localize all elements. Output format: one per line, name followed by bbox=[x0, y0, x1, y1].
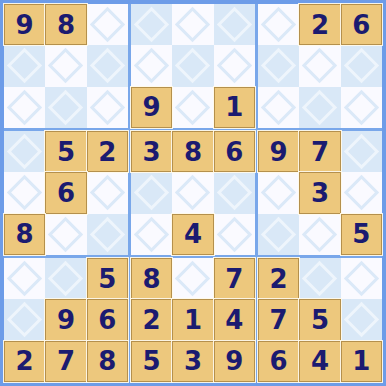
diamond-icon bbox=[261, 175, 296, 210]
cell-r4c4: 3 bbox=[131, 131, 172, 172]
cell-r2c5[interactable] bbox=[172, 45, 213, 86]
cell-r1c7[interactable] bbox=[258, 4, 299, 45]
diamond-icon bbox=[344, 261, 379, 296]
cell-r6c6[interactable] bbox=[214, 214, 255, 255]
cell-r1c8: 2 bbox=[299, 4, 340, 45]
diamond-icon bbox=[7, 302, 42, 337]
diamond-icon bbox=[175, 48, 210, 83]
cell-r5c2: 6 bbox=[45, 172, 86, 213]
diamond-icon bbox=[261, 48, 296, 83]
diamond-icon bbox=[7, 134, 42, 169]
cell-r9c9: 1 bbox=[341, 341, 382, 382]
box-r3c2: 87214539 bbox=[131, 258, 255, 382]
cell-r7c3: 5 bbox=[87, 258, 128, 299]
cell-r9c8: 4 bbox=[299, 341, 340, 382]
cell-r3c4: 9 bbox=[131, 87, 172, 128]
box-r3c1: 596278 bbox=[4, 258, 128, 382]
diamond-icon bbox=[90, 175, 125, 210]
diamond-icon bbox=[175, 90, 210, 125]
diamond-icon bbox=[302, 217, 337, 252]
cell-r9c4: 5 bbox=[131, 341, 172, 382]
diamond-icon bbox=[175, 7, 210, 42]
cell-r1c3[interactable] bbox=[87, 4, 128, 45]
cell-r3c6: 1 bbox=[214, 87, 255, 128]
cell-r4c6: 6 bbox=[214, 131, 255, 172]
diamond-icon bbox=[48, 261, 83, 296]
cell-r7c8[interactable] bbox=[299, 258, 340, 299]
cell-r8c5: 1 bbox=[172, 299, 213, 340]
cell-r3c3[interactable] bbox=[87, 87, 128, 128]
cell-r5c6[interactable] bbox=[214, 172, 255, 213]
cell-r7c5[interactable] bbox=[172, 258, 213, 299]
diamond-icon bbox=[344, 90, 379, 125]
cell-r1c5[interactable] bbox=[172, 4, 213, 45]
cell-r1c6[interactable] bbox=[214, 4, 255, 45]
diamond-icon bbox=[134, 7, 169, 42]
cell-r4c3: 2 bbox=[87, 131, 128, 172]
diamond-icon bbox=[134, 48, 169, 83]
cell-r4c2: 5 bbox=[45, 131, 86, 172]
cell-r3c2[interactable] bbox=[45, 87, 86, 128]
cell-r4c7: 9 bbox=[258, 131, 299, 172]
cell-r1c9: 6 bbox=[341, 4, 382, 45]
cell-r8c9[interactable] bbox=[341, 299, 382, 340]
diamond-icon bbox=[344, 175, 379, 210]
cell-r4c9[interactable] bbox=[341, 131, 382, 172]
diamond-icon bbox=[217, 217, 252, 252]
diamond-icon bbox=[302, 261, 337, 296]
cell-r2c6[interactable] bbox=[214, 45, 255, 86]
diamond-icon bbox=[344, 48, 379, 83]
cell-r2c2[interactable] bbox=[45, 45, 86, 86]
cell-r5c9[interactable] bbox=[341, 172, 382, 213]
cell-r8c8: 5 bbox=[299, 299, 340, 340]
cell-r6c5: 4 bbox=[172, 214, 213, 255]
diamond-icon bbox=[7, 48, 42, 83]
cell-r5c3[interactable] bbox=[87, 172, 128, 213]
diamond-icon bbox=[90, 7, 125, 42]
cell-r8c2: 9 bbox=[45, 299, 86, 340]
cell-r9c1: 2 bbox=[4, 341, 45, 382]
cell-r1c1: 9 bbox=[4, 4, 45, 45]
cell-r5c4[interactable] bbox=[131, 172, 172, 213]
cell-r7c2[interactable] bbox=[45, 258, 86, 299]
box-r2c2: 3864 bbox=[131, 131, 255, 255]
cell-r3c9[interactable] bbox=[341, 87, 382, 128]
diamond-icon bbox=[90, 48, 125, 83]
cell-r5c7[interactable] bbox=[258, 172, 299, 213]
diamond-icon bbox=[90, 90, 125, 125]
cell-r6c2[interactable] bbox=[45, 214, 86, 255]
cell-r5c1[interactable] bbox=[4, 172, 45, 213]
cell-r4c8: 7 bbox=[299, 131, 340, 172]
cell-r4c1[interactable] bbox=[4, 131, 45, 172]
cell-r2c1[interactable] bbox=[4, 45, 45, 86]
cell-r9c3: 8 bbox=[87, 341, 128, 382]
cell-r6c9: 5 bbox=[341, 214, 382, 255]
cell-r2c7[interactable] bbox=[258, 45, 299, 86]
cell-r3c8[interactable] bbox=[299, 87, 340, 128]
diamond-icon bbox=[217, 175, 252, 210]
box-r2c1: 5268 bbox=[4, 131, 128, 255]
diamond-icon bbox=[134, 175, 169, 210]
cell-r1c4[interactable] bbox=[131, 4, 172, 45]
cell-r6c3[interactable] bbox=[87, 214, 128, 255]
cell-r2c9[interactable] bbox=[341, 45, 382, 86]
cell-r8c4: 2 bbox=[131, 299, 172, 340]
cell-r1c2: 8 bbox=[45, 4, 86, 45]
diamond-icon bbox=[48, 48, 83, 83]
box-r2c3: 9735 bbox=[258, 131, 382, 255]
diamond-icon bbox=[217, 7, 252, 42]
sudoku-board: 98912652683864973559627887214539275641 bbox=[0, 0, 386, 386]
cell-r8c6: 4 bbox=[214, 299, 255, 340]
box-r1c3: 26 bbox=[258, 4, 382, 128]
cell-r7c9[interactable] bbox=[341, 258, 382, 299]
diamond-icon bbox=[90, 217, 125, 252]
cell-r2c8[interactable] bbox=[299, 45, 340, 86]
cell-r9c7: 6 bbox=[258, 341, 299, 382]
diamond-icon bbox=[7, 261, 42, 296]
cell-r7c1[interactable] bbox=[4, 258, 45, 299]
diamond-icon bbox=[302, 48, 337, 83]
diamond-icon bbox=[175, 175, 210, 210]
cell-r9c5: 3 bbox=[172, 341, 213, 382]
cell-r4c5: 8 bbox=[172, 131, 213, 172]
cell-r8c7: 7 bbox=[258, 299, 299, 340]
diamond-icon bbox=[175, 261, 210, 296]
cell-r6c4[interactable] bbox=[131, 214, 172, 255]
cell-r8c1[interactable] bbox=[4, 299, 45, 340]
diamond-icon bbox=[261, 7, 296, 42]
box-r3c3: 275641 bbox=[258, 258, 382, 382]
diamond-icon bbox=[134, 217, 169, 252]
cell-r8c3: 6 bbox=[87, 299, 128, 340]
cell-r7c4: 8 bbox=[131, 258, 172, 299]
diamond-icon bbox=[344, 302, 379, 337]
cell-r6c1: 8 bbox=[4, 214, 45, 255]
cell-r5c5[interactable] bbox=[172, 172, 213, 213]
cell-r3c1[interactable] bbox=[4, 87, 45, 128]
cell-r3c5[interactable] bbox=[172, 87, 213, 128]
box-r1c1: 98 bbox=[4, 4, 128, 128]
cell-r9c6: 9 bbox=[214, 341, 255, 382]
cell-r9c2: 7 bbox=[45, 341, 86, 382]
diamond-icon bbox=[217, 48, 252, 83]
cell-r3c7[interactable] bbox=[258, 87, 299, 128]
cell-r2c4[interactable] bbox=[131, 45, 172, 86]
diamond-icon bbox=[7, 175, 42, 210]
cell-r7c7: 2 bbox=[258, 258, 299, 299]
cell-r6c7[interactable] bbox=[258, 214, 299, 255]
diamond-icon bbox=[344, 134, 379, 169]
diamond-icon bbox=[48, 90, 83, 125]
diamond-icon bbox=[261, 217, 296, 252]
cell-r2c3[interactable] bbox=[87, 45, 128, 86]
diamond-icon bbox=[48, 217, 83, 252]
cell-r7c6: 7 bbox=[214, 258, 255, 299]
cell-r5c8: 3 bbox=[299, 172, 340, 213]
diamond-icon bbox=[7, 90, 42, 125]
box-r1c2: 91 bbox=[131, 4, 255, 128]
diamond-icon bbox=[302, 90, 337, 125]
cell-r6c8[interactable] bbox=[299, 214, 340, 255]
diamond-icon bbox=[261, 90, 296, 125]
